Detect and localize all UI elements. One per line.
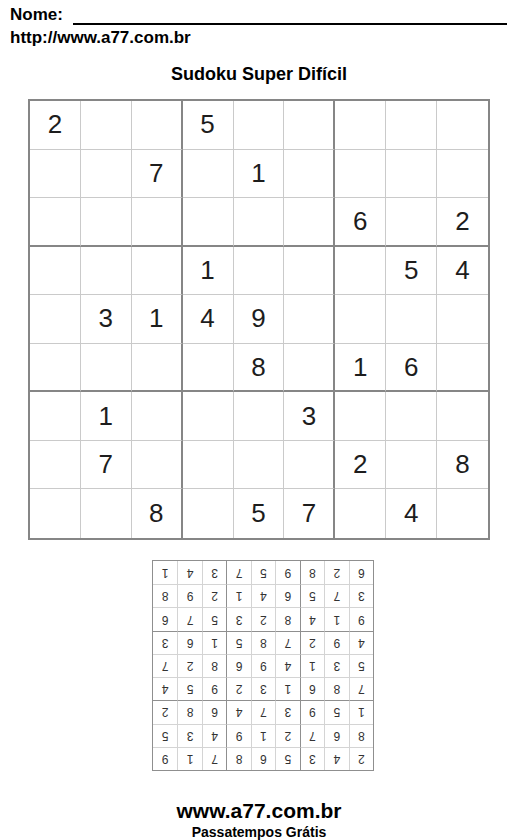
site-url: http://www.a77.com.br	[0, 25, 518, 48]
solution-cell-r3c1: 1	[349, 700, 373, 723]
sudoku-cell-r1c8	[386, 101, 437, 150]
solution-cell-r1c4: 5	[275, 747, 299, 770]
sudoku-cell-r9c2	[81, 489, 132, 538]
solution-cell-r8c2: 7	[324, 584, 348, 607]
solution-cell-r4c7: 9	[202, 677, 226, 700]
sudoku-cell-r7c4	[183, 392, 234, 441]
solution-cell-r5c9: 7	[153, 654, 177, 677]
solution-cell-r5c1: 5	[349, 654, 373, 677]
sudoku-cell-r9c8: 4	[386, 489, 437, 538]
sudoku-cell-r4c4: 1	[183, 247, 234, 296]
sudoku-cell-r6c7: 1	[335, 344, 386, 393]
solution-cell-r5c5: 9	[251, 654, 275, 677]
sudoku-cell-r8c9: 8	[437, 441, 488, 490]
solution-cell-r2c5: 1	[251, 724, 275, 747]
sudoku-cell-r4c8: 5	[386, 247, 437, 296]
solution-cell-r8c5: 4	[251, 584, 275, 607]
solution-cell-r1c2: 4	[324, 747, 348, 770]
sudoku-cell-r8c6	[284, 441, 335, 490]
sudoku-cell-r8c3	[132, 441, 183, 490]
solution-cell-r6c1: 4	[349, 631, 373, 654]
solution-cell-r2c9: 5	[153, 724, 177, 747]
sudoku-cell-r7c6: 3	[284, 392, 335, 441]
solution-cell-r2c8: 3	[177, 724, 201, 747]
solution-cell-r2c4: 2	[275, 724, 299, 747]
solution-cell-r4c9: 4	[153, 677, 177, 700]
solution-cell-r8c7: 2	[202, 584, 226, 607]
sudoku-cell-r3c9: 2	[437, 198, 488, 247]
sudoku-cell-r6c9	[437, 344, 488, 393]
sudoku-cell-r3c1	[30, 198, 81, 247]
sudoku-cell-r3c7: 6	[335, 198, 386, 247]
sudoku-cell-r6c6	[284, 344, 335, 393]
solution-cell-r6c6: 5	[226, 631, 250, 654]
sudoku-cell-r2c3: 7	[132, 150, 183, 199]
solution-cell-r5c4: 4	[275, 654, 299, 677]
sudoku-cell-r7c8	[386, 392, 437, 441]
solution-cell-r9c3: 8	[300, 561, 324, 584]
solution-cell-r8c8: 9	[177, 584, 201, 607]
solution-cell-r4c8: 5	[177, 677, 201, 700]
solution-grid: 2435687198672194351593746827861329545314…	[152, 560, 374, 771]
sudoku-cell-r1c5	[234, 101, 285, 150]
solution-cell-r1c3: 3	[300, 747, 324, 770]
sudoku-cell-r2c1	[30, 150, 81, 199]
solution-cell-r7c7: 5	[202, 607, 226, 630]
sudoku-cell-r3c4	[183, 198, 234, 247]
sudoku-cell-r7c9	[437, 392, 488, 441]
solution-cell-r2c7: 4	[202, 724, 226, 747]
sudoku-cell-r9c9	[437, 489, 488, 538]
sudoku-cell-r9c6: 7	[284, 489, 335, 538]
sudoku-cell-r1c6	[284, 101, 335, 150]
sudoku-cell-r8c7: 2	[335, 441, 386, 490]
solution-cell-r7c4: 8	[275, 607, 299, 630]
solution-cell-r4c2: 8	[324, 677, 348, 700]
sudoku-cell-r6c8: 6	[386, 344, 437, 393]
solution-cell-r6c8: 6	[177, 631, 201, 654]
sudoku-cell-r9c1	[30, 489, 81, 538]
sudoku-cell-r4c2	[81, 247, 132, 296]
solution-cell-r1c7: 7	[202, 747, 226, 770]
solution-cell-r3c8: 8	[177, 700, 201, 723]
solution-cell-r9c2: 2	[324, 561, 348, 584]
sudoku-cell-r5c4: 4	[183, 295, 234, 344]
sudoku-cell-r9c5: 5	[234, 489, 285, 538]
solution-cell-r3c3: 9	[300, 700, 324, 723]
solution-cell-r3c6: 4	[226, 700, 250, 723]
sudoku-cell-r5c5: 9	[234, 295, 285, 344]
solution-cell-r7c3: 4	[300, 607, 324, 630]
sudoku-cell-r2c9	[437, 150, 488, 199]
solution-cell-r2c1: 8	[349, 724, 373, 747]
solution-cell-r5c7: 8	[202, 654, 226, 677]
solution-cell-r6c3: 2	[300, 631, 324, 654]
sudoku-cell-r7c2: 1	[81, 392, 132, 441]
sudoku-cell-r7c7	[335, 392, 386, 441]
solution-cell-r8c3: 5	[300, 584, 324, 607]
sudoku-cell-r5c9	[437, 295, 488, 344]
solution-cell-r8c4: 6	[275, 584, 299, 607]
footer-tagline: Passatempos Grátis	[0, 824, 518, 840]
sudoku-cell-r7c3	[132, 392, 183, 441]
solution-cell-r5c6: 6	[226, 654, 250, 677]
name-underline	[73, 4, 507, 25]
sudoku-cell-r6c3	[132, 344, 183, 393]
solution-cell-r6c7: 1	[202, 631, 226, 654]
solution-cell-r9c8: 4	[177, 561, 201, 584]
solution-cell-r7c2: 1	[324, 607, 348, 630]
sudoku-cell-r3c8	[386, 198, 437, 247]
sudoku-cell-r8c4	[183, 441, 234, 490]
solution-cell-r6c9: 3	[153, 631, 177, 654]
sudoku-cell-r4c7	[335, 247, 386, 296]
sudoku-cell-r2c6	[284, 150, 335, 199]
page: Nome: http://www.a77.com.br Sudoku Super…	[0, 0, 518, 840]
solution-cell-r3c5: 7	[251, 700, 275, 723]
solution-cell-r8c1: 3	[349, 584, 373, 607]
sudoku-cell-r5c8	[386, 295, 437, 344]
solution-cell-r4c6: 2	[226, 677, 250, 700]
footer-site: www.a77.com.br	[0, 799, 518, 823]
name-row: Nome:	[0, 0, 518, 25]
solution-cell-r1c9: 9	[153, 747, 177, 770]
solution-cell-r8c9: 8	[153, 584, 177, 607]
solution-cell-r5c2: 3	[324, 654, 348, 677]
footer: www.a77.com.br Passatempos Grátis	[0, 799, 518, 840]
sudoku-cell-r1c4: 5	[183, 101, 234, 150]
sudoku-cell-r5c3: 1	[132, 295, 183, 344]
sudoku-cell-r1c2	[81, 101, 132, 150]
solution-cell-r5c3: 1	[300, 654, 324, 677]
sudoku-cell-r7c5	[234, 392, 285, 441]
solution-cell-r2c6: 9	[226, 724, 250, 747]
sudoku-cell-r6c1	[30, 344, 81, 393]
solution-cell-r4c1: 7	[349, 677, 373, 700]
solution-cell-r9c5: 5	[251, 561, 275, 584]
sudoku-cell-r9c4	[183, 489, 234, 538]
sudoku-cell-r3c6	[284, 198, 335, 247]
solution-cell-r5c8: 2	[177, 654, 201, 677]
sudoku-cell-r8c2: 7	[81, 441, 132, 490]
solution-cell-r6c5: 8	[251, 631, 275, 654]
solution-cell-r2c3: 7	[300, 724, 324, 747]
sudoku-cell-r3c5	[234, 198, 285, 247]
sudoku-cell-r1c9	[437, 101, 488, 150]
solution-cell-r9c9: 1	[153, 561, 177, 584]
solution-cell-r9c4: 9	[275, 561, 299, 584]
solution-cell-r9c6: 7	[226, 561, 250, 584]
sudoku-cell-r6c4	[183, 344, 234, 393]
sudoku-cell-r5c1	[30, 295, 81, 344]
solution-cell-r6c4: 7	[275, 631, 299, 654]
sudoku-cell-r4c5	[234, 247, 285, 296]
sudoku-cell-r3c3	[132, 198, 183, 247]
solution-cell-r7c6: 3	[226, 607, 250, 630]
sudoku-cell-r4c3	[132, 247, 183, 296]
solution-cell-r7c8: 7	[177, 607, 201, 630]
sudoku-cell-r2c5: 1	[234, 150, 285, 199]
sudoku-cell-r8c8	[386, 441, 437, 490]
sudoku-grid: 2571621543149816137288574	[28, 99, 490, 540]
sudoku-cell-r4c6	[284, 247, 335, 296]
puzzle-title: Sudoku Super Difícil	[0, 64, 518, 85]
sudoku-cell-r7c1	[30, 392, 81, 441]
solution-cell-r3c2: 5	[324, 700, 348, 723]
sudoku-cell-r1c1: 2	[30, 101, 81, 150]
solution-cell-r3c7: 6	[202, 700, 226, 723]
sudoku-cell-r2c2	[81, 150, 132, 199]
sudoku-cell-r1c3	[132, 101, 183, 150]
sudoku-cell-r5c2: 3	[81, 295, 132, 344]
solution-cell-r7c5: 2	[251, 607, 275, 630]
solution-cell-r6c2: 9	[324, 631, 348, 654]
solution-cell-r1c8: 1	[177, 747, 201, 770]
solution-cell-r8c6: 1	[226, 584, 250, 607]
sudoku-cell-r5c7	[335, 295, 386, 344]
sudoku-cell-r4c9: 4	[437, 247, 488, 296]
solution-cell-r1c6: 8	[226, 747, 250, 770]
name-label: Nome:	[10, 4, 63, 25]
solution-cell-r3c9: 2	[153, 700, 177, 723]
sudoku-cell-r3c2	[81, 198, 132, 247]
sudoku-cell-r8c5	[234, 441, 285, 490]
solution-cell-r4c4: 1	[275, 677, 299, 700]
sudoku-cell-r8c1	[30, 441, 81, 490]
solution-cell-r9c1: 6	[349, 561, 373, 584]
solution-cell-r4c5: 3	[251, 677, 275, 700]
sudoku-cell-r5c6	[284, 295, 335, 344]
solution-cell-r1c5: 6	[251, 747, 275, 770]
solution-cell-r7c9: 6	[153, 607, 177, 630]
sudoku-cell-r1c7	[335, 101, 386, 150]
solution-cell-r2c2: 6	[324, 724, 348, 747]
sudoku-cell-r2c8	[386, 150, 437, 199]
sudoku-cell-r9c3: 8	[132, 489, 183, 538]
sudoku-cell-r2c4	[183, 150, 234, 199]
sudoku-cell-r4c1	[30, 247, 81, 296]
solution-cell-r4c3: 6	[300, 677, 324, 700]
sudoku-cell-r6c2	[81, 344, 132, 393]
solution-cell-r1c1: 2	[349, 747, 373, 770]
solution-cell-r3c4: 3	[275, 700, 299, 723]
solution-cell-r9c7: 3	[202, 561, 226, 584]
solution-cell-r7c1: 9	[349, 607, 373, 630]
sudoku-cell-r6c5: 8	[234, 344, 285, 393]
sudoku-cell-r9c7	[335, 489, 386, 538]
sudoku-cell-r2c7	[335, 150, 386, 199]
